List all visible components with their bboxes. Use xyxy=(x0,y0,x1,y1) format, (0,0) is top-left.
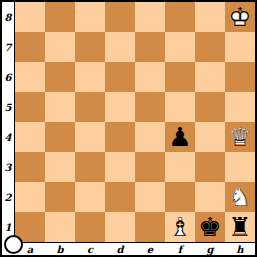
square-c2[interactable] xyxy=(75,182,105,212)
rank-label-5: 5 xyxy=(2,92,14,122)
black-pawn[interactable]: ♟ xyxy=(165,122,195,152)
square-c4[interactable] xyxy=(75,122,105,152)
square-b7[interactable] xyxy=(45,32,75,62)
file-label-g: g xyxy=(195,243,225,255)
white-knight[interactable]: ♘ xyxy=(225,182,255,212)
square-a4[interactable] xyxy=(15,122,45,152)
square-g6[interactable] xyxy=(195,62,225,92)
black-king[interactable]: ♚ xyxy=(195,212,225,242)
square-e5[interactable] xyxy=(135,92,165,122)
file-label-b: b xyxy=(45,243,75,255)
square-c6[interactable] xyxy=(75,62,105,92)
square-f6[interactable] xyxy=(165,62,195,92)
square-f8[interactable] xyxy=(165,2,195,32)
white-queen[interactable]: ♕ xyxy=(225,122,255,152)
square-h8[interactable]: ♚♔ xyxy=(225,2,255,32)
square-c3[interactable] xyxy=(75,152,105,182)
square-a3[interactable] xyxy=(15,152,45,182)
square-d6[interactable] xyxy=(105,62,135,92)
rank-label-8: 8 xyxy=(2,2,14,32)
square-f5[interactable] xyxy=(165,92,195,122)
square-d5[interactable] xyxy=(105,92,135,122)
square-g3[interactable] xyxy=(195,152,225,182)
square-h4[interactable]: ♛♕ xyxy=(225,122,255,152)
white-king[interactable]: ♔ xyxy=(225,2,255,32)
rank-label-6: 6 xyxy=(2,62,14,92)
square-e6[interactable] xyxy=(135,62,165,92)
white-king-fill: ♚ xyxy=(225,2,255,32)
square-a6[interactable] xyxy=(15,62,45,92)
square-g7[interactable] xyxy=(195,32,225,62)
square-b2[interactable] xyxy=(45,182,75,212)
square-c5[interactable] xyxy=(75,92,105,122)
file-labels: abcdefgh xyxy=(14,243,255,255)
square-e1[interactable] xyxy=(135,212,165,242)
square-h2[interactable]: ♞♘ xyxy=(225,182,255,212)
file-label-d: d xyxy=(105,243,135,255)
rank-label-4: 4 xyxy=(2,122,14,152)
file-label-e: e xyxy=(135,243,165,255)
square-g2[interactable] xyxy=(195,182,225,212)
square-f1[interactable]: ♝♗ xyxy=(165,212,195,242)
square-f7[interactable] xyxy=(165,32,195,62)
square-e4[interactable] xyxy=(135,122,165,152)
square-g5[interactable] xyxy=(195,92,225,122)
square-f2[interactable] xyxy=(165,182,195,212)
rank-label-3: 3 xyxy=(2,152,14,182)
rank-label-7: 7 xyxy=(2,32,14,62)
square-h5[interactable] xyxy=(225,92,255,122)
rank-label-2: 2 xyxy=(2,182,14,212)
file-label-h: h xyxy=(225,243,255,255)
square-b3[interactable] xyxy=(45,152,75,182)
square-c7[interactable] xyxy=(75,32,105,62)
square-f4[interactable]: ♟ xyxy=(165,122,195,152)
square-h1[interactable]: ♜ xyxy=(225,212,255,242)
white-to-move-indicator xyxy=(4,235,23,254)
square-a8[interactable] xyxy=(15,2,45,32)
square-e8[interactable] xyxy=(135,2,165,32)
square-c8[interactable] xyxy=(75,2,105,32)
square-g4[interactable] xyxy=(195,122,225,152)
white-queen-fill: ♛ xyxy=(225,122,255,152)
chess-diagram: 87654321 ♚♔♟♛♕♞♘♝♗♚♜ abcdefgh xyxy=(0,0,257,257)
square-c1[interactable] xyxy=(75,212,105,242)
square-d7[interactable] xyxy=(105,32,135,62)
square-a5[interactable] xyxy=(15,92,45,122)
white-bishop-fill: ♝ xyxy=(165,212,195,242)
square-b4[interactable] xyxy=(45,122,75,152)
square-d2[interactable] xyxy=(105,182,135,212)
square-e2[interactable] xyxy=(135,182,165,212)
square-g1[interactable]: ♚ xyxy=(195,212,225,242)
square-a2[interactable] xyxy=(15,182,45,212)
file-label-c: c xyxy=(75,243,105,255)
rank-labels: 87654321 xyxy=(2,2,14,243)
square-h7[interactable] xyxy=(225,32,255,62)
square-b8[interactable] xyxy=(45,2,75,32)
square-b1[interactable] xyxy=(45,212,75,242)
white-bishop[interactable]: ♗ xyxy=(165,212,195,242)
square-g8[interactable] xyxy=(195,2,225,32)
file-label-f: f xyxy=(165,243,195,255)
square-h3[interactable] xyxy=(225,152,255,182)
chess-board[interactable]: ♚♔♟♛♕♞♘♝♗♚♜ xyxy=(14,2,255,243)
square-d8[interactable] xyxy=(105,2,135,32)
square-b6[interactable] xyxy=(45,62,75,92)
square-d3[interactable] xyxy=(105,152,135,182)
square-d4[interactable] xyxy=(105,122,135,152)
square-d1[interactable] xyxy=(105,212,135,242)
square-e7[interactable] xyxy=(135,32,165,62)
black-rook[interactable]: ♜ xyxy=(225,212,255,242)
square-f3[interactable] xyxy=(165,152,195,182)
square-a7[interactable] xyxy=(15,32,45,62)
square-h6[interactable] xyxy=(225,62,255,92)
white-knight-fill: ♞ xyxy=(225,182,255,212)
square-e3[interactable] xyxy=(135,152,165,182)
square-b5[interactable] xyxy=(45,92,75,122)
